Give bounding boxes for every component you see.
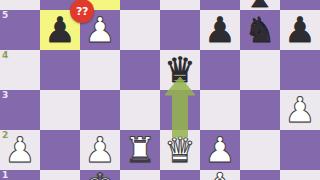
square-g4[interactable] [240,50,280,90]
blunder-badge: ?? [70,0,94,23]
piece-black-pawn-f5[interactable]: ♟ [200,10,240,50]
square-g3[interactable] [240,90,280,130]
square-b3[interactable] [40,90,80,130]
square-f4[interactable] [200,50,240,90]
piece-black-pawn-h5[interactable]: ♟ [280,10,320,50]
piece-white-pawn-f2[interactable]: ♟ [200,130,240,170]
square-d6[interactable] [120,0,160,10]
square-h6[interactable] [280,0,320,10]
piece-black-knight-g5[interactable]: ♞ [240,10,280,50]
piece-white-bishop-f1[interactable]: ♝ [200,166,240,180]
square-f3[interactable] [200,90,240,130]
square-e5[interactable] [160,10,200,50]
square-h1[interactable] [280,170,320,180]
square-h2[interactable] [280,130,320,170]
square-f6[interactable] [200,0,240,10]
square-b2[interactable] [40,130,80,170]
chess-board[interactable]: 54321 ♝♟♟♟♞♟♛♟♟♟♜♛♟♚♝ ?? [0,0,320,180]
square-c3[interactable] [80,90,120,130]
rank-label-5: 5 [2,11,8,20]
rank-label-1: 1 [2,171,8,180]
piece-white-pawn-c2[interactable]: ♟ [80,130,120,170]
square-b4[interactable] [40,50,80,90]
piece-white-rook-d2[interactable]: ♜ [120,130,160,170]
square-d5[interactable] [120,10,160,50]
rank-label-3: 3 [2,91,8,100]
piece-white-pawn-a2[interactable]: ♟ [0,130,40,170]
piece-white-queen-e2[interactable]: ♛ [160,130,200,170]
square-d3[interactable] [120,90,160,130]
rank-label-4: 4 [2,51,8,60]
piece-white-pawn-h3[interactable]: ♟ [280,90,320,130]
square-b1[interactable] [40,170,80,180]
piece-white-king-c1[interactable]: ♚ [80,166,120,180]
square-d1[interactable] [120,170,160,180]
square-a6[interactable] [0,0,40,10]
square-g1[interactable] [240,170,280,180]
square-e6[interactable] [160,0,200,10]
square-d4[interactable] [120,50,160,90]
piece-black-queen-e4[interactable]: ♛ [160,50,200,90]
square-c4[interactable] [80,50,120,90]
square-e1[interactable] [160,170,200,180]
square-g2[interactable] [240,130,280,170]
square-h4[interactable] [280,50,320,90]
square-e3[interactable] [160,90,200,130]
